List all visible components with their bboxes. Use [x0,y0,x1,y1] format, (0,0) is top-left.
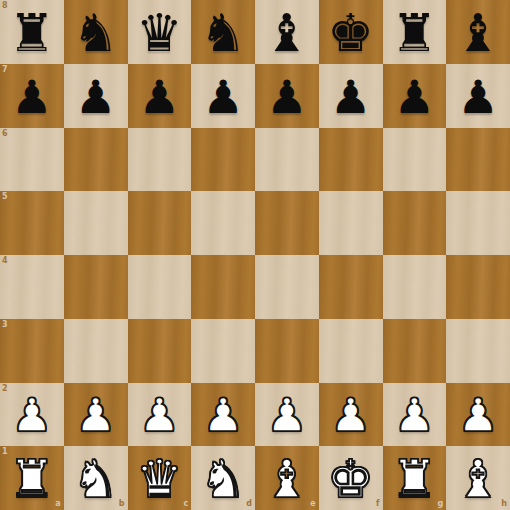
piece-white-pawn-g2[interactable]: ♟ [394,392,435,438]
piece-black-king-f8[interactable]: ♚ [327,7,374,59]
square-f7[interactable]: ♟ [319,64,383,128]
square-g3[interactable] [383,319,447,383]
piece-white-pawn-f2[interactable]: ♟ [330,392,371,438]
square-g8[interactable]: ♜ [383,0,447,64]
square-h4[interactable] [446,255,510,319]
square-c2[interactable]: ♟ [128,383,192,447]
square-b7[interactable]: ♟ [64,64,128,128]
square-a7[interactable]: ♟7 [0,64,64,128]
square-c1[interactable]: ♛c [128,446,192,510]
file-label-g: g [438,500,444,508]
square-g1[interactable]: ♜g [383,446,447,510]
square-c6[interactable] [128,128,192,192]
square-d1[interactable]: ♞d [191,446,255,510]
piece-white-queen-c1[interactable]: ♛ [136,453,183,505]
piece-white-rook-a1[interactable]: ♜ [9,453,56,505]
piece-black-pawn-g7[interactable]: ♟ [394,74,435,120]
rank-label-8: 8 [2,2,8,10]
rank-label-6: 6 [2,130,8,138]
piece-black-pawn-h7[interactable]: ♟ [458,74,499,120]
square-f5[interactable] [319,191,383,255]
square-b4[interactable] [64,255,128,319]
piece-black-pawn-c7[interactable]: ♟ [139,74,180,120]
piece-black-pawn-a7[interactable]: ♟ [11,74,52,120]
piece-black-queen-c8[interactable]: ♛ [136,7,183,59]
square-g7[interactable]: ♟ [383,64,447,128]
square-g4[interactable] [383,255,447,319]
piece-black-pawn-b7[interactable]: ♟ [75,74,116,120]
piece-black-pawn-e7[interactable]: ♟ [266,74,307,120]
piece-white-knight-d1[interactable]: ♞ [200,453,247,505]
square-a6[interactable]: 6 [0,128,64,192]
file-label-e: e [310,500,315,508]
square-c7[interactable]: ♟ [128,64,192,128]
square-d2[interactable]: ♟ [191,383,255,447]
piece-black-rook-a8[interactable]: ♜ [9,7,56,59]
square-g6[interactable] [383,128,447,192]
square-c5[interactable] [128,191,192,255]
square-d7[interactable]: ♟ [191,64,255,128]
square-d8[interactable]: ♞ [191,0,255,64]
square-h3[interactable] [446,319,510,383]
square-e7[interactable]: ♟ [255,64,319,128]
square-c4[interactable] [128,255,192,319]
square-c8[interactable]: ♛ [128,0,192,64]
piece-white-pawn-b2[interactable]: ♟ [75,392,116,438]
square-f4[interactable] [319,255,383,319]
piece-white-bishop-e1[interactable]: ♝ [264,453,311,505]
file-label-b: b [119,500,125,508]
square-h1[interactable]: ♝h [446,446,510,510]
piece-white-pawn-c2[interactable]: ♟ [139,392,180,438]
square-e1[interactable]: ♝e [255,446,319,510]
piece-black-knight-b8[interactable]: ♞ [72,7,119,59]
piece-black-rook-g8[interactable]: ♜ [391,7,438,59]
square-h7[interactable]: ♟ [446,64,510,128]
square-d4[interactable] [191,255,255,319]
square-e3[interactable] [255,319,319,383]
square-d6[interactable] [191,128,255,192]
square-h2[interactable]: ♟ [446,383,510,447]
square-e8[interactable]: ♝ [255,0,319,64]
square-f1[interactable]: ♚f [319,446,383,510]
square-f6[interactable] [319,128,383,192]
square-a5[interactable]: 5 [0,191,64,255]
square-h8[interactable]: ♝ [446,0,510,64]
piece-black-pawn-d7[interactable]: ♟ [203,74,244,120]
square-f2[interactable]: ♟ [319,383,383,447]
square-d3[interactable] [191,319,255,383]
file-label-d: d [246,500,252,508]
square-g5[interactable] [383,191,447,255]
square-a1[interactable]: ♜1a [0,446,64,510]
rank-label-5: 5 [2,193,8,201]
rank-label-7: 7 [2,66,8,74]
rank-label-1: 1 [2,448,8,456]
square-e5[interactable] [255,191,319,255]
square-f8[interactable]: ♚ [319,0,383,64]
square-c3[interactable] [128,319,192,383]
square-a3[interactable]: 3 [0,319,64,383]
square-f3[interactable] [319,319,383,383]
piece-black-pawn-f7[interactable]: ♟ [330,74,371,120]
square-a8[interactable]: ♜8 [0,0,64,64]
square-b6[interactable] [64,128,128,192]
rank-label-3: 3 [2,321,8,329]
piece-black-knight-d8[interactable]: ♞ [200,7,247,59]
piece-black-bishop-h8[interactable]: ♝ [455,7,502,59]
piece-white-bishop-h1[interactable]: ♝ [455,453,502,505]
piece-white-knight-b1[interactable]: ♞ [72,453,119,505]
piece-white-pawn-e2[interactable]: ♟ [266,392,307,438]
rank-label-4: 4 [2,257,8,265]
square-b8[interactable]: ♞ [64,0,128,64]
piece-white-rook-g1[interactable]: ♜ [391,453,438,505]
file-label-h: h [501,500,507,508]
piece-white-pawn-h2[interactable]: ♟ [458,392,499,438]
square-e6[interactable] [255,128,319,192]
square-b3[interactable] [64,319,128,383]
square-b2[interactable]: ♟ [64,383,128,447]
rank-label-2: 2 [2,385,8,393]
file-label-c: c [184,500,189,508]
piece-black-bishop-e8[interactable]: ♝ [264,7,311,59]
piece-white-pawn-a2[interactable]: ♟ [11,392,52,438]
chess-board: ♜8♞♛♞♝♚♜♝♟7♟♟♟♟♟♟♟6543♟2♟♟♟♟♟♟♟♜1a♞b♛c♞d… [0,0,510,510]
square-d5[interactable] [191,191,255,255]
file-label-a: a [55,500,60,508]
square-a4[interactable]: 4 [0,255,64,319]
square-b5[interactable] [64,191,128,255]
piece-white-pawn-d2[interactable]: ♟ [203,392,244,438]
square-h5[interactable] [446,191,510,255]
square-h6[interactable] [446,128,510,192]
piece-white-king-f1[interactable]: ♚ [327,453,374,505]
square-g2[interactable]: ♟ [383,383,447,447]
square-b1[interactable]: ♞b [64,446,128,510]
file-label-f: f [376,500,379,508]
square-a2[interactable]: ♟2 [0,383,64,447]
square-e4[interactable] [255,255,319,319]
square-e2[interactable]: ♟ [255,383,319,447]
